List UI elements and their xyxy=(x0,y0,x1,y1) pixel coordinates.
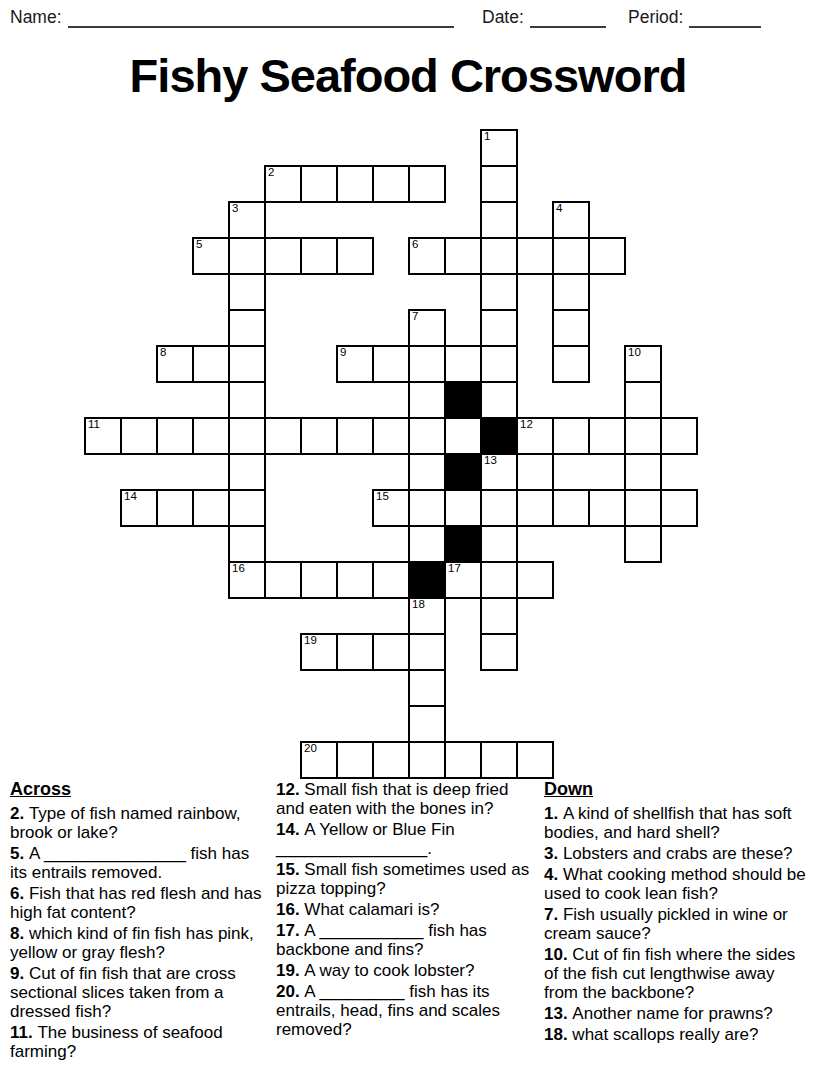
cell-r9c9[interactable] xyxy=(409,454,445,490)
clue-8: 8. which kind of fin fish has pink, yell… xyxy=(10,924,262,962)
clue-17: 17. A ___________ fish has backbone and … xyxy=(276,921,536,959)
cell-r3c13[interactable] xyxy=(553,238,589,274)
date-label: Date: xyxy=(482,8,524,28)
cell-r10c3[interactable] xyxy=(193,490,229,526)
clue-number-8: 8 xyxy=(160,347,166,359)
cell-r14c7[interactable] xyxy=(337,634,373,670)
clue-14: 14. A Yellow or Blue Fin _______________… xyxy=(276,820,536,858)
black-cell-r8c11 xyxy=(481,418,517,454)
cell-r2c4[interactable]: 3 xyxy=(229,202,265,238)
cell-r17c8[interactable] xyxy=(373,742,409,778)
name-field: Name: xyxy=(10,8,454,28)
cell-r3c6[interactable] xyxy=(301,238,337,274)
clue-9: 9. Cut of fin fish that are cross sectio… xyxy=(10,964,262,1021)
clue-15: 15. Small fish sometimes used as pizza t… xyxy=(276,860,536,898)
cell-r7c4[interactable] xyxy=(229,382,265,418)
cell-r10c1[interactable]: 14 xyxy=(121,490,157,526)
cell-r12c11[interactable] xyxy=(481,562,517,598)
cell-r9c12[interactable] xyxy=(517,454,553,490)
cell-r9c11[interactable]: 13 xyxy=(481,454,517,490)
clue-number-16: 16 xyxy=(232,563,245,575)
clue-number-6: 6 xyxy=(412,239,418,251)
clue-18: 18. what scallops really are? xyxy=(544,1025,812,1044)
clue-number-14: 14 xyxy=(124,491,137,503)
clue-19: 19. A way to cook lobster? xyxy=(276,961,536,980)
cell-r3c9[interactable]: 6 xyxy=(409,238,445,274)
clue-number-17: 17 xyxy=(448,563,461,575)
cell-r12c7[interactable] xyxy=(337,562,373,598)
name-blank-line[interactable] xyxy=(68,8,454,28)
cell-r12c10[interactable]: 17 xyxy=(445,562,481,598)
clue-number-19: 19 xyxy=(304,635,317,647)
black-cell-r11c10 xyxy=(445,526,481,562)
cell-r3c11[interactable] xyxy=(481,238,517,274)
down-clues-column: Down1. A kind of shellfish that has soft… xyxy=(544,780,812,1046)
clue-number-18: 18 xyxy=(412,599,425,611)
cell-r7c11[interactable] xyxy=(481,382,517,418)
cell-r17c9[interactable] xyxy=(409,742,445,778)
black-cell-r7c10 xyxy=(445,382,481,418)
clue-1: 1. A kind of shellfish that has soft bod… xyxy=(544,804,812,842)
cell-r6c13[interactable] xyxy=(553,346,589,382)
cell-r10c11[interactable] xyxy=(481,490,517,526)
cell-r8c0[interactable]: 11 xyxy=(85,418,121,454)
clue-12: 12. Small fish that is deep fried and ea… xyxy=(276,780,536,818)
cell-r5c13[interactable] xyxy=(553,310,589,346)
clue-list-header-across: Across xyxy=(10,780,262,800)
cell-r13c9[interactable]: 18 xyxy=(409,598,445,634)
cell-r6c10[interactable] xyxy=(445,346,481,382)
cell-r2c13[interactable]: 4 xyxy=(553,202,589,238)
clue-13: 13. Another name for prawns? xyxy=(544,1004,812,1023)
cell-r8c6[interactable] xyxy=(301,418,337,454)
clue-number-10: 10 xyxy=(628,347,641,359)
cell-r8c5[interactable] xyxy=(265,418,301,454)
cell-r6c7[interactable]: 9 xyxy=(337,346,373,382)
cell-r10c14[interactable] xyxy=(589,490,625,526)
cell-r11c4[interactable] xyxy=(229,526,265,562)
cell-r3c14[interactable] xyxy=(589,238,625,274)
across-clues-column-1: Across2. Type of fish named rainbow, bro… xyxy=(10,780,262,1063)
crossword-grid: 1234567891011121314151617181920 xyxy=(85,130,697,778)
clue-5: 5. A _______________ fish has its entrai… xyxy=(10,844,262,882)
name-label: Name: xyxy=(10,8,62,28)
cell-r17c7[interactable] xyxy=(337,742,373,778)
cell-r4c13[interactable] xyxy=(553,274,589,310)
cell-r15c9[interactable] xyxy=(409,670,445,706)
clue-number-4: 4 xyxy=(556,203,562,215)
cell-r17c11[interactable] xyxy=(481,742,517,778)
clue-number-13: 13 xyxy=(484,455,497,467)
clue-number-1: 1 xyxy=(484,131,490,143)
cell-r1c7[interactable] xyxy=(337,166,373,202)
cell-r10c15[interactable] xyxy=(625,490,661,526)
cell-r11c11[interactable] xyxy=(481,526,517,562)
cell-r3c12[interactable] xyxy=(517,238,553,274)
cell-r17c6[interactable]: 20 xyxy=(301,742,337,778)
period-label: Period: xyxy=(628,8,683,28)
cell-r8c1[interactable] xyxy=(121,418,157,454)
cell-r5c9[interactable]: 7 xyxy=(409,310,445,346)
cell-r1c11[interactable] xyxy=(481,166,517,202)
cell-r7c9[interactable] xyxy=(409,382,445,418)
cell-r8c9[interactable] xyxy=(409,418,445,454)
clue-number-20: 20 xyxy=(304,743,317,755)
cell-r3c4[interactable] xyxy=(229,238,265,274)
page-title: Fishy Seafood Crossword xyxy=(0,48,816,103)
cell-r12c8[interactable] xyxy=(373,562,409,598)
cell-r7c15[interactable] xyxy=(625,382,661,418)
black-cell-r12c9 xyxy=(409,562,445,598)
cell-r5c4[interactable] xyxy=(229,310,265,346)
cell-r14c11[interactable] xyxy=(481,634,517,670)
cell-r8c16[interactable] xyxy=(661,418,697,454)
period-field: Period: xyxy=(628,8,761,28)
cell-r6c15[interactable]: 10 xyxy=(625,346,661,382)
clue-number-12: 12 xyxy=(520,419,533,431)
cell-r8c12[interactable]: 12 xyxy=(517,418,553,454)
cell-r6c2[interactable]: 8 xyxy=(157,346,193,382)
cell-r10c4[interactable] xyxy=(229,490,265,526)
cell-r10c16[interactable] xyxy=(661,490,697,526)
cell-r11c9[interactable] xyxy=(409,526,445,562)
date-blank-line[interactable] xyxy=(530,8,606,28)
across-clues-column-2: 12. Small fish that is deep fried and ea… xyxy=(276,780,536,1041)
clue-number-3: 3 xyxy=(232,203,238,215)
cell-r10c12[interactable] xyxy=(517,490,553,526)
cell-r17c10[interactable] xyxy=(445,742,481,778)
cell-r1c5[interactable]: 2 xyxy=(265,166,301,202)
cell-r3c3[interactable]: 5 xyxy=(193,238,229,274)
cell-r12c5[interactable] xyxy=(265,562,301,598)
clue-16: 16. What calamari is? xyxy=(276,900,536,919)
cell-r13c11[interactable] xyxy=(481,598,517,634)
cell-r12c6[interactable] xyxy=(301,562,337,598)
cell-r8c2[interactable] xyxy=(157,418,193,454)
clue-number-11: 11 xyxy=(88,419,100,431)
cell-r10c9[interactable] xyxy=(409,490,445,526)
cell-r14c6[interactable]: 19 xyxy=(301,634,337,670)
cell-r12c4[interactable]: 16 xyxy=(229,562,265,598)
cell-r6c8[interactable] xyxy=(373,346,409,382)
cell-r10c10[interactable] xyxy=(445,490,481,526)
worksheet-page: Name: Date: Period: Fishy Seafood Crossw… xyxy=(0,0,816,1083)
cell-r1c8[interactable] xyxy=(373,166,409,202)
clue-3: 3. Lobsters and crabs are these? xyxy=(544,844,812,863)
cell-r3c5[interactable] xyxy=(265,238,301,274)
cell-r1c6[interactable] xyxy=(301,166,337,202)
cell-r6c4[interactable] xyxy=(229,346,265,382)
cell-r3c10[interactable] xyxy=(445,238,481,274)
clue-number-2: 2 xyxy=(268,167,274,179)
cell-r2c11[interactable] xyxy=(481,202,517,238)
cell-r6c3[interactable] xyxy=(193,346,229,382)
cell-r14c8[interactable] xyxy=(373,634,409,670)
clue-number-7: 7 xyxy=(412,311,418,323)
clue-number-15: 15 xyxy=(376,491,389,503)
cell-r6c9[interactable] xyxy=(409,346,445,382)
cell-r4c11[interactable] xyxy=(481,274,517,310)
cell-r6c11[interactable] xyxy=(481,346,517,382)
clue-list-header-down: Down xyxy=(544,780,812,800)
clue-10: 10. Cut of fin fish where the sides of t… xyxy=(544,945,812,1002)
cell-r8c7[interactable] xyxy=(337,418,373,454)
cell-r14c9[interactable] xyxy=(409,634,445,670)
date-field: Date: xyxy=(482,8,606,28)
clue-6: 6. Fish that has red flesh and has high … xyxy=(10,884,262,922)
cell-r8c10[interactable] xyxy=(445,418,481,454)
cell-r4c4[interactable] xyxy=(229,274,265,310)
cell-r9c4[interactable] xyxy=(229,454,265,490)
cell-r10c8[interactable]: 15 xyxy=(373,490,409,526)
cell-r10c2[interactable] xyxy=(157,490,193,526)
clue-4: 4. What cooking method should be used to… xyxy=(544,865,812,903)
cell-r5c11[interactable] xyxy=(481,310,517,346)
black-cell-r9c10 xyxy=(445,454,481,490)
cell-r8c13[interactable] xyxy=(553,418,589,454)
cell-r12c12[interactable] xyxy=(517,562,553,598)
clue-11: 11. The business of seafood farming? xyxy=(10,1023,262,1061)
clue-2: 2. Type of fish named rainbow, brook or … xyxy=(10,804,262,842)
clue-number-5: 5 xyxy=(196,239,202,251)
cell-r10c13[interactable] xyxy=(553,490,589,526)
cell-r8c3[interactable] xyxy=(193,418,229,454)
clue-7: 7. Fish usually pickled in wine or cream… xyxy=(544,905,812,943)
cell-r16c9[interactable] xyxy=(409,706,445,742)
cell-r8c4[interactable] xyxy=(229,418,265,454)
clue-number-9: 9 xyxy=(340,347,346,359)
cell-r8c14[interactable] xyxy=(589,418,625,454)
cell-r17c12[interactable] xyxy=(517,742,553,778)
cell-r11c15[interactable] xyxy=(625,526,661,562)
cell-r9c15[interactable] xyxy=(625,454,661,490)
clue-20: 20. A _________ fish has its entrails, h… xyxy=(276,982,536,1039)
cell-r3c7[interactable] xyxy=(337,238,373,274)
cell-r8c15[interactable] xyxy=(625,418,661,454)
period-blank-line[interactable] xyxy=(689,8,761,28)
cell-r1c9[interactable] xyxy=(409,166,445,202)
cell-r0c11[interactable]: 1 xyxy=(481,130,517,166)
cell-r8c8[interactable] xyxy=(373,418,409,454)
